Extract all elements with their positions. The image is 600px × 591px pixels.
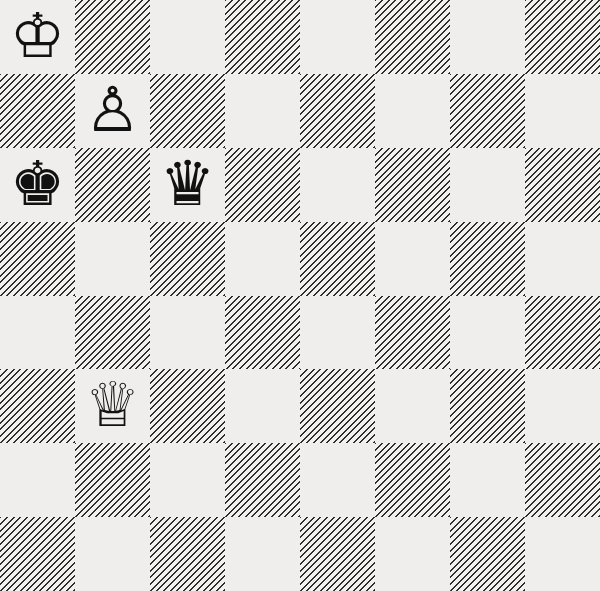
square-g3 <box>450 369 525 443</box>
square-b1 <box>75 517 150 591</box>
square-c5 <box>150 222 225 296</box>
square-b4 <box>75 296 150 370</box>
chess-diagram: ♔♙♚♛♕ <box>0 0 600 591</box>
white-pawn: ♙ <box>85 79 141 141</box>
black-king: ♚ <box>10 153 66 215</box>
square-d8 <box>225 0 300 74</box>
square-f3 <box>375 369 450 443</box>
square-e2 <box>300 443 375 517</box>
square-h7 <box>525 74 600 148</box>
square-b6 <box>75 148 150 222</box>
square-b2 <box>75 443 150 517</box>
square-f5 <box>375 222 450 296</box>
square-h4 <box>525 296 600 370</box>
square-g5 <box>450 222 525 296</box>
black-queen: ♛ <box>160 153 216 215</box>
square-a2 <box>0 443 75 517</box>
square-d4 <box>225 296 300 370</box>
square-a5 <box>0 222 75 296</box>
square-e5 <box>300 222 375 296</box>
square-h8 <box>525 0 600 74</box>
square-d2 <box>225 443 300 517</box>
square-g1 <box>450 517 525 591</box>
square-a1 <box>0 517 75 591</box>
square-e3 <box>300 369 375 443</box>
chess-board: ♔♙♚♛♕ <box>0 0 600 591</box>
square-a4 <box>0 296 75 370</box>
square-h6 <box>525 148 600 222</box>
square-b7: ♙ <box>75 74 150 148</box>
square-d5 <box>225 222 300 296</box>
square-e8 <box>300 0 375 74</box>
square-c1 <box>150 517 225 591</box>
square-f7 <box>375 74 450 148</box>
square-b8 <box>75 0 150 74</box>
square-h1 <box>525 517 600 591</box>
square-d3 <box>225 369 300 443</box>
square-c8 <box>150 0 225 74</box>
square-d1 <box>225 517 300 591</box>
square-d6 <box>225 148 300 222</box>
square-h5 <box>525 222 600 296</box>
square-f6 <box>375 148 450 222</box>
square-e7 <box>300 74 375 148</box>
square-f8 <box>375 0 450 74</box>
square-h2 <box>525 443 600 517</box>
square-f2 <box>375 443 450 517</box>
square-g2 <box>450 443 525 517</box>
square-c6: ♛ <box>150 148 225 222</box>
square-e1 <box>300 517 375 591</box>
square-a3 <box>0 369 75 443</box>
square-g4 <box>450 296 525 370</box>
square-c7 <box>150 74 225 148</box>
square-e4 <box>300 296 375 370</box>
square-f1 <box>375 517 450 591</box>
square-g8 <box>450 0 525 74</box>
square-b3: ♕ <box>75 369 150 443</box>
square-a8: ♔ <box>0 0 75 74</box>
square-c4 <box>150 296 225 370</box>
square-c2 <box>150 443 225 517</box>
square-h3 <box>525 369 600 443</box>
square-f4 <box>375 296 450 370</box>
white-queen: ♕ <box>85 374 141 436</box>
square-e6 <box>300 148 375 222</box>
square-b5 <box>75 222 150 296</box>
square-g7 <box>450 74 525 148</box>
white-king: ♔ <box>10 5 66 67</box>
square-c3 <box>150 369 225 443</box>
square-g6 <box>450 148 525 222</box>
square-a6: ♚ <box>0 148 75 222</box>
square-a7 <box>0 74 75 148</box>
square-d7 <box>225 74 300 148</box>
